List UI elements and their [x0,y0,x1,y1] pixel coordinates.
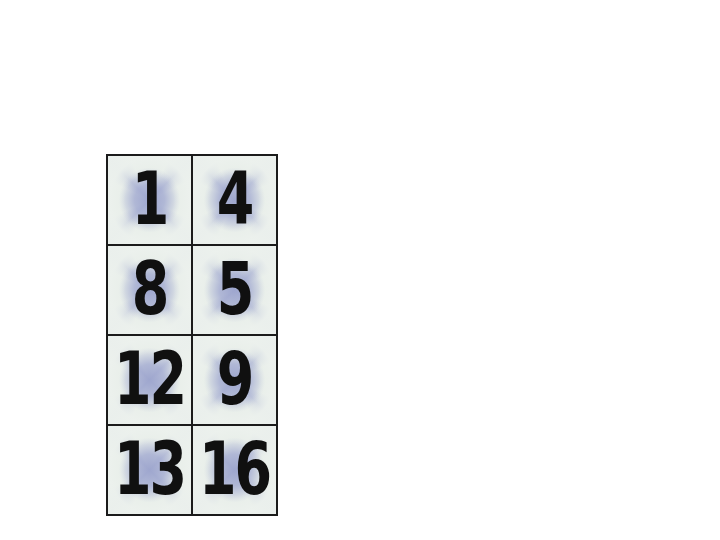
grid-cell-r1c1: 1 [108,156,191,244]
grid-cell-r2c1: 8 [108,246,191,334]
grid-cell-r3c1: 12 [108,336,191,424]
cell-number: 8 [132,254,168,327]
grid-cell-r2c2: 5 [193,246,276,334]
cell-number: 9 [217,344,253,417]
slide-canvas: 1 4 8 5 12 9 13 16 [0,0,720,540]
cell-number: 16 [199,434,270,507]
cell-number: 1 [132,164,168,237]
cell-number: 4 [217,164,253,237]
cell-number: 5 [217,254,253,327]
cell-number: 12 [114,344,185,417]
grid-cell-r3c2: 9 [193,336,276,424]
grid-cell-r4c1: 13 [108,426,191,514]
grid-cell-r1c2: 4 [193,156,276,244]
cell-number: 13 [114,434,185,507]
grid-cell-r4c2: 16 [193,426,276,514]
number-grid: 1 4 8 5 12 9 13 16 [106,154,278,516]
